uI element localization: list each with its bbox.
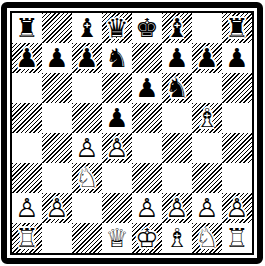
black-rook-a8: ♜ [12,13,42,43]
square-f2: ♟♙ [162,193,192,223]
piece-glyph: ♜ [12,13,42,43]
black-pawn-c7: ♟ [72,43,102,73]
piece-outline: ♙ [132,193,162,223]
square-b6 [42,73,72,103]
piece-outline: ♖ [222,223,252,253]
piece-outline: ♘ [72,163,102,193]
square-g1: ♞♘ [192,223,222,253]
piece-outline: ♘ [192,223,222,253]
piece-glyph: ♟ [12,43,42,73]
piece-glyph: ♟ [102,103,132,133]
white-pawn-c4: ♟♙ [72,133,102,163]
square-c3: ♞♘ [72,163,102,193]
white-pawn-e2: ♟♙ [132,193,162,223]
black-pawn-h7: ♟ [222,43,252,73]
piece-outline: ♕ [102,223,132,253]
black-pawn-a7: ♟ [12,43,42,73]
white-king-e1: ♚♔ [132,223,162,253]
piece-glyph: ♞ [162,73,192,103]
square-f6: ♞ [162,73,192,103]
square-h4 [222,133,252,163]
square-h7: ♟ [222,43,252,73]
square-b5 [42,103,72,133]
square-c4: ♟♙ [72,133,102,163]
square-b7: ♟ [42,43,72,73]
square-f8: ♝ [162,13,192,43]
black-pawn-d5: ♟ [102,103,132,133]
piece-glyph: ♚ [132,13,162,43]
white-knight-g1: ♞♘ [192,223,222,253]
white-knight-c3: ♞♘ [72,163,102,193]
black-rook-h8: ♜ [222,13,252,43]
square-e3 [132,163,162,193]
square-b1 [42,223,72,253]
white-pawn-g2: ♟♙ [192,193,222,223]
square-d4: ♟♙ [102,133,132,163]
square-f5 [162,103,192,133]
square-d1: ♛♕ [102,223,132,253]
square-e5 [132,103,162,133]
black-bishop-f8: ♝ [162,13,192,43]
square-c7: ♟ [72,43,102,73]
piece-outline: ♙ [72,133,102,163]
white-rook-a1: ♜♖ [12,223,42,253]
square-c1 [72,223,102,253]
piece-outline: ♙ [102,133,132,163]
square-b3 [42,163,72,193]
piece-outline: ♙ [192,193,222,223]
square-h2: ♟♙ [222,193,252,223]
black-pawn-f7: ♟ [162,43,192,73]
piece-outline: ♗ [162,223,192,253]
white-bishop-f1: ♝♗ [162,223,192,253]
piece-glyph: ♟ [192,43,222,73]
black-bishop-c8: ♝ [72,13,102,43]
white-bishop-g5: ♝♗ [192,103,222,133]
piece-outline: ♙ [162,193,192,223]
square-e2: ♟♙ [132,193,162,223]
square-e7 [132,43,162,73]
square-g3 [192,163,222,193]
square-h1: ♜♖ [222,223,252,253]
piece-glyph: ♟ [42,43,72,73]
white-pawn-b2: ♟♙ [42,193,72,223]
square-b2: ♟♙ [42,193,72,223]
square-h8: ♜ [222,13,252,43]
piece-glyph: ♟ [162,43,192,73]
piece-outline: ♗ [192,103,222,133]
square-d5: ♟ [102,103,132,133]
piece-glyph: ♝ [162,13,192,43]
piece-outline: ♙ [12,193,42,223]
white-rook-h1: ♜♖ [222,223,252,253]
square-g8 [192,13,222,43]
square-c6 [72,73,102,103]
square-e4 [132,133,162,163]
black-queen-d8: ♛ [102,13,132,43]
black-pawn-g7: ♟ [192,43,222,73]
square-h5 [222,103,252,133]
piece-glyph: ♟ [72,43,102,73]
square-g6 [192,73,222,103]
piece-outline: ♙ [42,193,72,223]
square-g2: ♟♙ [192,193,222,223]
piece-glyph: ♟ [222,43,252,73]
square-h3 [222,163,252,193]
square-a2: ♟♙ [12,193,42,223]
square-e6: ♟ [132,73,162,103]
chess-board: ♜♝♛♚♝♜♟♟♟♞♟♟♟♟♞♟♝♗♟♙♟♙♞♘♟♙♟♙♟♙♟♙♟♙♟♙♜♖♛♕… [10,11,254,255]
piece-outline: ♙ [222,193,252,223]
piece-outline: ♔ [132,223,162,253]
square-d3 [102,163,132,193]
square-f3 [162,163,192,193]
square-c8: ♝ [72,13,102,43]
square-h6 [222,73,252,103]
square-a6 [12,73,42,103]
piece-outline: ♖ [12,223,42,253]
square-a1: ♜♖ [12,223,42,253]
square-a3 [12,163,42,193]
black-king-e8: ♚ [132,13,162,43]
square-d6 [102,73,132,103]
piece-glyph: ♟ [132,73,162,103]
piece-glyph: ♝ [72,13,102,43]
board-frame: ♜♝♛♚♝♜♟♟♟♞♟♟♟♟♞♟♝♗♟♙♟♙♞♘♟♙♟♙♟♙♟♙♟♙♟♙♜♖♛♕… [1,2,263,264]
square-d2 [102,193,132,223]
piece-glyph: ♛ [102,13,132,43]
black-pawn-e6: ♟ [132,73,162,103]
square-c2 [72,193,102,223]
white-queen-d1: ♛♕ [102,223,132,253]
white-pawn-a2: ♟♙ [12,193,42,223]
square-a8: ♜ [12,13,42,43]
square-g4 [192,133,222,163]
square-c5 [72,103,102,133]
square-d7: ♞ [102,43,132,73]
square-b4 [42,133,72,163]
square-e8: ♚ [132,13,162,43]
chess-diagram: ♜♝♛♚♝♜♟♟♟♞♟♟♟♟♞♟♝♗♟♙♟♙♞♘♟♙♟♙♟♙♟♙♟♙♟♙♜♖♛♕… [0,0,265,266]
square-a5 [12,103,42,133]
black-knight-f6: ♞ [162,73,192,103]
white-pawn-f2: ♟♙ [162,193,192,223]
white-pawn-d4: ♟♙ [102,133,132,163]
square-f7: ♟ [162,43,192,73]
square-a7: ♟ [12,43,42,73]
black-pawn-b7: ♟ [42,43,72,73]
square-g5: ♝♗ [192,103,222,133]
square-f1: ♝♗ [162,223,192,253]
piece-glyph: ♜ [222,13,252,43]
white-pawn-h2: ♟♙ [222,193,252,223]
square-e1: ♚♔ [132,223,162,253]
square-d8: ♛ [102,13,132,43]
square-f4 [162,133,192,163]
square-g7: ♟ [192,43,222,73]
square-a4 [12,133,42,163]
square-b8 [42,13,72,43]
black-knight-d7: ♞ [102,43,132,73]
piece-glyph: ♞ [102,43,132,73]
